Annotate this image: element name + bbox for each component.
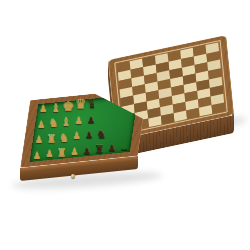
chess-piece-light: ♞	[49, 118, 59, 129]
chess-piece-dark: ♜	[94, 144, 104, 155]
chess-piece-light: ♟	[33, 152, 41, 161]
chess-piece-light: ♜	[46, 134, 56, 145]
chess-piece-light: ♟	[39, 106, 47, 115]
chess-piece-light: ♟	[72, 133, 80, 142]
chess-piece-light: ♟	[70, 148, 78, 157]
product-photo: ♟♝♚♛♛♚♝♟♟♞♝♟♟♝♞♟♟♜♞♟♟♞♜♟♟♟♜♟♟♜♟♟	[0, 0, 250, 250]
chess-piece-light: ♟	[37, 121, 45, 130]
chess-piece-light: ♚	[62, 100, 74, 113]
chess-piece-light: ♝	[61, 117, 71, 128]
chess-piece-light: ♝	[51, 103, 61, 114]
chess-piece-dark: ♟	[83, 147, 91, 156]
chess-piece-light: ♞	[59, 132, 69, 143]
chess-piece-light: ♜	[57, 148, 67, 159]
chess-piece-dark: ♟	[108, 144, 116, 153]
chess-piece-light: ♟	[75, 117, 83, 126]
chess-piece-light: ♟	[45, 151, 53, 160]
chess-piece-light: ♛	[75, 98, 87, 111]
chess-piece-dark: ♟	[85, 131, 93, 140]
chess-piece-dark: ♟	[87, 116, 95, 125]
chess-piece-light: ♟	[35, 137, 43, 146]
